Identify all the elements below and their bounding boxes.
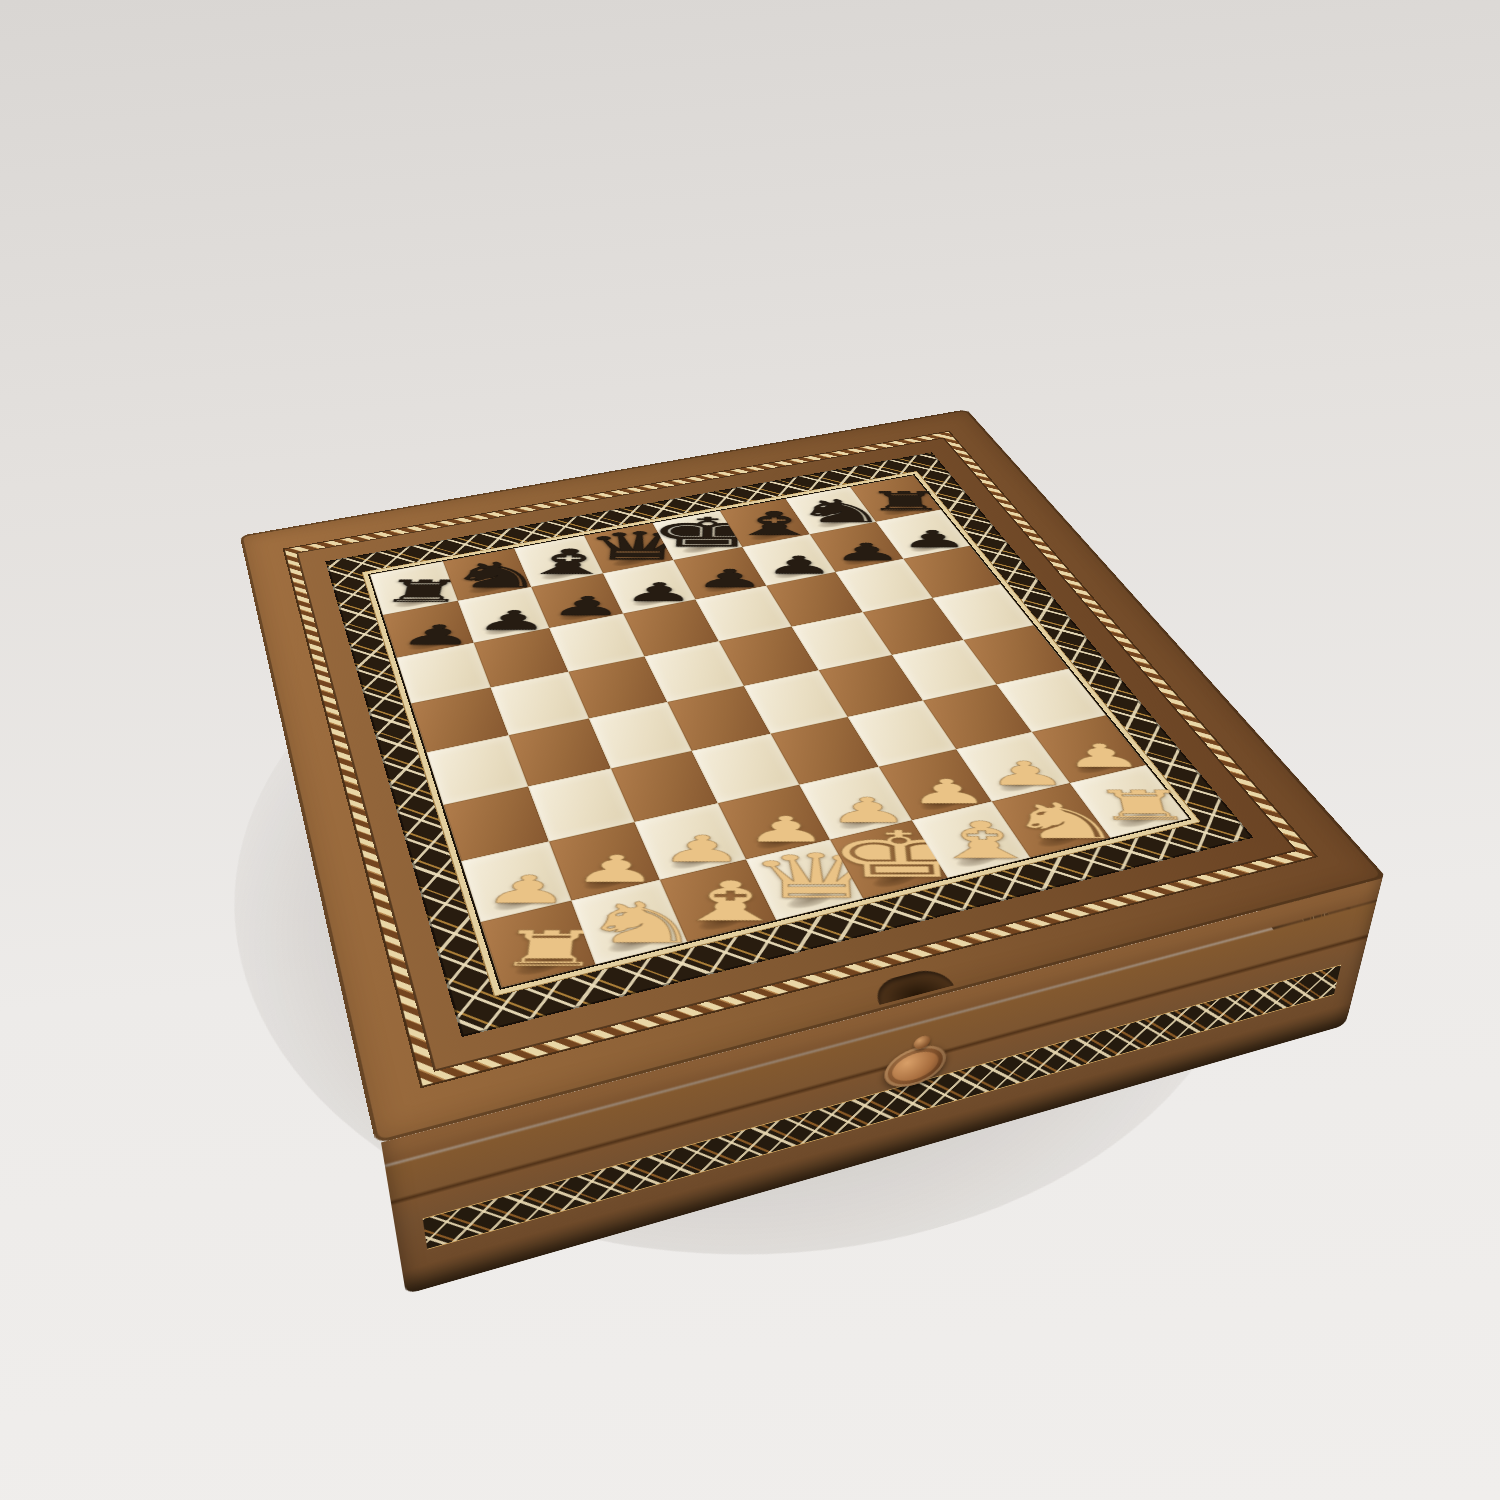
square-d5[interactable] (645, 641, 744, 702)
square-f5[interactable] (792, 612, 892, 670)
piece-shadow (686, 905, 758, 938)
piece-white-pawn[interactable]: ♟ (570, 852, 660, 887)
piece-shadow (908, 789, 975, 817)
piece-shadow (1025, 825, 1094, 855)
piece-white-pawn[interactable]: ♟ (825, 794, 911, 826)
piece-shadow (1104, 806, 1172, 835)
piece-black-pawn[interactable]: ♟ (549, 594, 625, 618)
piece-black-rook[interactable]: ♜ (377, 577, 469, 605)
square-a8[interactable]: ♜ (370, 561, 458, 615)
piece-black-pawn[interactable]: ♟ (474, 608, 552, 633)
square-h3[interactable] (997, 669, 1106, 732)
piece-black-pawn[interactable]: ♟ (694, 567, 766, 590)
square-h5[interactable] (933, 584, 1034, 640)
square-c5[interactable] (569, 656, 668, 718)
piece-shadow (482, 886, 553, 918)
square-c4[interactable] (589, 702, 692, 768)
piece-white-pawn[interactable]: ♟ (480, 872, 573, 907)
photo-scene: ♜♞♝♛♚♝♞♜♟♟♟♟♟♟♟♟♟♟♟♟♟♟♟♟♜♞♝♛♚♝♞♜ (0, 0, 1500, 1500)
chess-box: ♜♞♝♛♚♝♞♜♟♟♟♟♟♟♟♟♟♟♟♟♟♟♟♟♜♞♝♛♚♝♞♜ (240, 409, 1386, 1144)
pinstripe-ring: ♜♞♝♛♚♝♞♜♟♟♟♟♟♟♟♟♟♟♟♟♟♟♟♟♜♞♝♛♚♝♞♜ (362, 471, 1201, 997)
piece-white-pawn[interactable]: ♟ (658, 832, 745, 866)
square-h4[interactable] (964, 625, 1069, 684)
piece-white-knight[interactable]: ♞ (576, 897, 706, 949)
square-f2[interactable]: ♟ (879, 749, 992, 820)
piece-shadow (503, 949, 577, 984)
piece-shadow (774, 884, 846, 916)
piece-shadow (595, 927, 668, 961)
square-a4[interactable] (427, 735, 529, 805)
square-b5[interactable] (491, 672, 589, 736)
piece-black-pawn[interactable]: ♟ (622, 580, 696, 603)
piece-white-pawn[interactable]: ♟ (905, 776, 992, 807)
piece-black-pawn[interactable]: ♟ (831, 541, 903, 563)
square-e5[interactable] (719, 627, 819, 686)
piece-black-pawn[interactable]: ♟ (764, 554, 835, 577)
piece-white-pawn[interactable]: ♟ (743, 813, 829, 846)
latch-knob[interactable] (913, 1034, 931, 1051)
piece-black-pawn[interactable]: ♟ (898, 528, 970, 550)
piece-black-pawn[interactable]: ♟ (397, 622, 477, 647)
piece-white-pawn[interactable]: ♟ (1058, 741, 1146, 771)
piece-white-rook[interactable]: ♜ (1088, 787, 1197, 825)
piece-shadow (860, 864, 931, 895)
square-g5[interactable] (863, 598, 964, 655)
piece-shadow (943, 844, 1013, 875)
chess-grid: ♜♞♝♛♚♝♞♜♟♟♟♟♟♟♟♟♟♟♟♟♟♟♟♟♜♞♝♛♚♝♞♜ (368, 474, 1192, 990)
